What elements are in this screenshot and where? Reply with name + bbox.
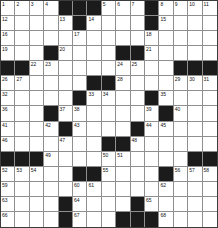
cell-r6c1[interactable]: 26 xyxy=(1,76,15,91)
cell-r14c13[interactable] xyxy=(174,197,188,212)
cell-r2c5[interactable]: 13 xyxy=(59,16,73,31)
cell-r12c14[interactable]: 57 xyxy=(188,167,202,182)
cell-r9c3[interactable] xyxy=(30,122,44,137)
cell-r7c7[interactable]: 33 xyxy=(87,91,101,106)
cell-r10c10[interactable]: 48 xyxy=(131,137,145,152)
cell-r4c5[interactable]: 20 xyxy=(59,46,73,61)
crossword-puzzle: 1234567891011121314151617181920212223242… xyxy=(0,0,218,228)
clue-number-7: 7 xyxy=(132,1,135,7)
cell-r14c14[interactable] xyxy=(188,197,202,212)
clue-number-42: 42 xyxy=(45,122,51,128)
cell-r1c2[interactable]: 2 xyxy=(15,1,29,16)
cell-r9c6[interactable]: 43 xyxy=(73,122,87,137)
clue-number-57: 57 xyxy=(189,167,195,173)
cell-r14c1[interactable]: 63 xyxy=(1,197,15,212)
clue-number-24: 24 xyxy=(117,61,123,67)
clue-number-4: 4 xyxy=(45,1,48,7)
cell-r4c1[interactable]: 19 xyxy=(1,46,15,61)
clue-number-41: 41 xyxy=(2,122,8,128)
cell-r3c1[interactable]: 16 xyxy=(1,31,15,46)
clue-number-23: 23 xyxy=(45,61,51,67)
cell-r14c11[interactable]: 65 xyxy=(145,197,159,212)
cell-r12c10[interactable] xyxy=(131,167,145,182)
cell-r13c10[interactable] xyxy=(131,182,145,197)
black-cell-r11c15 xyxy=(203,152,217,167)
clue-number-68: 68 xyxy=(160,212,166,218)
cell-r5c5[interactable] xyxy=(59,61,73,76)
black-cell-r9c10 xyxy=(131,122,145,137)
cell-r9c14[interactable] xyxy=(188,122,202,137)
cell-r10c4[interactable] xyxy=(44,137,58,152)
cell-r5c3[interactable]: 22 xyxy=(30,61,44,76)
black-cell-r10c8 xyxy=(102,137,116,152)
cell-r6c13[interactable]: 29 xyxy=(174,76,188,91)
cell-r4c6[interactable] xyxy=(73,46,87,61)
clue-number-38: 38 xyxy=(74,106,80,112)
cell-r1c15[interactable]: 11 xyxy=(203,1,217,16)
cell-r3c11[interactable]: 18 xyxy=(145,31,159,46)
cell-r14c7[interactable] xyxy=(87,197,101,212)
clue-number-3: 3 xyxy=(31,1,34,7)
clue-number-63: 63 xyxy=(2,197,8,203)
clue-number-26: 26 xyxy=(2,76,8,82)
cell-r1c3[interactable]: 3 xyxy=(30,1,44,16)
cell-r11c12[interactable] xyxy=(159,152,173,167)
cell-r14c15[interactable] xyxy=(203,197,217,212)
clue-number-14: 14 xyxy=(88,16,94,22)
cell-r12c13[interactable]: 56 xyxy=(174,167,188,182)
cell-r12c9[interactable] xyxy=(116,167,130,182)
cell-r4c14[interactable] xyxy=(188,46,202,61)
cell-r3c15[interactable] xyxy=(203,31,217,46)
cell-r3c6[interactable]: 17 xyxy=(73,31,87,46)
clue-number-9: 9 xyxy=(175,1,178,7)
cell-r3c2[interactable] xyxy=(15,31,29,46)
cell-r8c7[interactable] xyxy=(87,106,101,121)
clue-number-17: 17 xyxy=(74,31,80,37)
cell-r9c15[interactable] xyxy=(203,122,217,137)
cell-r11c5[interactable] xyxy=(59,152,73,167)
black-cell-r8c4 xyxy=(44,106,58,121)
clue-number-43: 43 xyxy=(74,122,80,128)
cell-r13c4[interactable] xyxy=(44,182,58,197)
black-cell-r5c14 xyxy=(188,61,202,76)
cell-r3c7[interactable] xyxy=(87,31,101,46)
clue-number-35: 35 xyxy=(160,91,166,97)
clue-number-19: 19 xyxy=(2,46,8,52)
cell-r6c2[interactable]: 27 xyxy=(15,76,29,91)
cell-r5c8[interactable] xyxy=(102,61,116,76)
cell-r12c11[interactable] xyxy=(145,167,159,182)
black-cell-r10c9 xyxy=(116,137,130,152)
black-cell-r15c11 xyxy=(145,212,159,227)
cell-r13c14[interactable] xyxy=(188,182,202,197)
cell-r15c4[interactable] xyxy=(44,212,58,227)
cell-r2c4[interactable] xyxy=(44,16,58,31)
cell-r10c15[interactable] xyxy=(203,137,217,152)
cell-r11c8[interactable]: 50 xyxy=(102,152,116,167)
cell-r12c8[interactable]: 55 xyxy=(102,167,116,182)
cell-r4c13[interactable] xyxy=(174,46,188,61)
black-cell-r2c11 xyxy=(145,16,159,31)
black-cell-r12c6 xyxy=(73,167,87,182)
cell-r9c4[interactable]: 42 xyxy=(44,122,58,137)
cell-r1c1[interactable]: 1 xyxy=(1,1,15,16)
cell-r8c1[interactable]: 36 xyxy=(1,106,15,121)
clue-number-59: 59 xyxy=(2,182,8,188)
cell-r7c2[interactable] xyxy=(15,91,29,106)
cell-r11c7[interactable] xyxy=(87,152,101,167)
black-cell-r1c6 xyxy=(73,1,87,16)
crossword-grid: 1234567891011121314151617181920212223242… xyxy=(0,0,218,228)
cell-r4c7[interactable] xyxy=(87,46,101,61)
cell-r8c3[interactable] xyxy=(30,106,44,121)
cell-r15c2[interactable] xyxy=(15,212,29,227)
cell-r4c8[interactable] xyxy=(102,46,116,61)
cell-r3c8[interactable] xyxy=(102,31,116,46)
cell-r4c11[interactable]: 21 xyxy=(145,46,159,61)
cell-r11c9[interactable]: 51 xyxy=(116,152,130,167)
cell-r1c14[interactable]: 10 xyxy=(188,1,202,16)
cell-r8c15[interactable] xyxy=(203,106,217,121)
cell-r7c1[interactable]: 32 xyxy=(1,91,15,106)
cell-r9c11[interactable]: 44 xyxy=(145,122,159,137)
cell-r10c13[interactable] xyxy=(174,137,188,152)
cell-r4c15[interactable] xyxy=(203,46,217,61)
clue-number-33: 33 xyxy=(88,91,94,97)
cell-r14c8[interactable] xyxy=(102,197,116,212)
cell-r10c7[interactable] xyxy=(87,137,101,152)
cell-r13c1[interactable]: 59 xyxy=(1,182,15,197)
cell-r2c9[interactable] xyxy=(116,16,130,31)
cell-r8c10[interactable] xyxy=(131,106,145,121)
clue-number-10: 10 xyxy=(189,1,195,7)
cell-r13c2[interactable] xyxy=(15,182,29,197)
clue-number-64: 64 xyxy=(74,197,80,203)
clue-number-67: 67 xyxy=(74,212,80,218)
cell-r8c9[interactable] xyxy=(116,106,130,121)
black-cell-r6c8 xyxy=(102,76,116,91)
cell-r1c13[interactable]: 9 xyxy=(174,1,188,16)
clue-number-66: 66 xyxy=(2,212,8,218)
clue-number-8: 8 xyxy=(160,1,163,7)
clue-number-46: 46 xyxy=(2,137,8,143)
black-cell-r12c12 xyxy=(159,167,173,182)
cell-r10c6[interactable] xyxy=(73,137,87,152)
cell-r10c3[interactable] xyxy=(30,137,44,152)
cell-r2c8[interactable] xyxy=(102,16,116,31)
clue-number-61: 61 xyxy=(88,182,94,188)
cell-r10c1[interactable]: 46 xyxy=(1,137,15,152)
cell-r10c14[interactable] xyxy=(188,137,202,152)
cell-r3c4[interactable] xyxy=(44,31,58,46)
cell-r12c4[interactable] xyxy=(44,167,58,182)
cell-r8c14[interactable] xyxy=(188,106,202,121)
clue-number-56: 56 xyxy=(175,167,181,173)
clue-number-15: 15 xyxy=(160,16,166,22)
cell-r14c4[interactable] xyxy=(44,197,58,212)
clue-number-37: 37 xyxy=(60,106,66,112)
cell-r13c11[interactable] xyxy=(145,182,159,197)
cell-r13c8[interactable] xyxy=(102,182,116,197)
clue-number-32: 32 xyxy=(2,91,8,97)
cell-r2c1[interactable]: 12 xyxy=(1,16,15,31)
clue-number-22: 22 xyxy=(31,61,37,67)
cell-r15c3[interactable] xyxy=(30,212,44,227)
cell-r7c14[interactable] xyxy=(188,91,202,106)
cell-r6c9[interactable]: 28 xyxy=(116,76,130,91)
cell-r4c12[interactable] xyxy=(159,46,173,61)
cell-r3c10[interactable] xyxy=(131,31,145,46)
clue-number-20: 20 xyxy=(60,46,66,52)
cell-r5c12[interactable] xyxy=(159,61,173,76)
cell-r6c3[interactable] xyxy=(30,76,44,91)
cell-r5c10[interactable]: 25 xyxy=(131,61,145,76)
clue-number-47: 47 xyxy=(60,137,66,143)
black-cell-r4c4 xyxy=(44,46,58,61)
cell-r7c3[interactable] xyxy=(30,91,44,106)
cell-r6c14[interactable]: 30 xyxy=(188,76,202,91)
cell-r12c2[interactable]: 53 xyxy=(15,167,29,182)
clue-number-5: 5 xyxy=(103,1,106,7)
black-cell-r11c2 xyxy=(15,152,29,167)
black-cell-r1c5 xyxy=(59,1,73,16)
cell-r13c3[interactable] xyxy=(30,182,44,197)
black-cell-r1c7 xyxy=(87,1,101,16)
black-cell-r14c10 xyxy=(131,197,145,212)
cell-r12c3[interactable]: 54 xyxy=(30,167,44,182)
cell-r13c5[interactable] xyxy=(59,182,73,197)
cell-r2c3[interactable] xyxy=(30,16,44,31)
cell-r2c13[interactable] xyxy=(174,16,188,31)
clue-number-31: 31 xyxy=(204,76,210,82)
cell-r9c13[interactable] xyxy=(174,122,188,137)
clue-number-58: 58 xyxy=(204,167,210,173)
cell-r15c8[interactable] xyxy=(102,212,116,227)
cell-r2c15[interactable] xyxy=(203,16,217,31)
cell-r3c9[interactable] xyxy=(116,31,130,46)
clue-number-62: 62 xyxy=(160,182,166,188)
clue-number-34: 34 xyxy=(103,91,109,97)
clue-number-2: 2 xyxy=(16,1,19,7)
cell-r11c6[interactable] xyxy=(73,152,87,167)
cell-r12c1[interactable]: 52 xyxy=(1,167,15,182)
cell-r13c9[interactable] xyxy=(116,182,130,197)
cell-r7c9[interactable] xyxy=(116,91,130,106)
cell-r10c11[interactable] xyxy=(145,137,159,152)
cell-r6c10[interactable] xyxy=(131,76,145,91)
black-cell-r5c1 xyxy=(1,61,15,76)
cell-r6c4[interactable] xyxy=(44,76,58,91)
black-cell-r7c11 xyxy=(145,91,159,106)
clue-number-65: 65 xyxy=(146,197,152,203)
cell-r7c8[interactable]: 34 xyxy=(102,91,116,106)
cell-r15c13[interactable] xyxy=(174,212,188,227)
cell-r1c9[interactable]: 6 xyxy=(116,1,130,16)
cell-r14c2[interactable] xyxy=(15,197,29,212)
cell-r6c12[interactable] xyxy=(159,76,173,91)
black-cell-r14c5 xyxy=(59,197,73,212)
cell-r7c13[interactable] xyxy=(174,91,188,106)
cell-r12c5[interactable] xyxy=(59,167,73,182)
cell-r7c10[interactable] xyxy=(131,91,145,106)
black-cell-r15c10 xyxy=(131,212,145,227)
black-cell-r6c7 xyxy=(87,76,101,91)
cell-r9c9[interactable] xyxy=(116,122,130,137)
cell-r5c4[interactable]: 23 xyxy=(44,61,58,76)
black-cell-r15c5 xyxy=(59,212,73,227)
black-cell-r11c3 xyxy=(30,152,44,167)
clue-number-21: 21 xyxy=(146,46,152,52)
black-cell-r11c14 xyxy=(188,152,202,167)
clue-number-6: 6 xyxy=(117,1,120,7)
cell-r13c12[interactable]: 62 xyxy=(159,182,173,197)
cell-r7c12[interactable]: 35 xyxy=(159,91,173,106)
cell-r10c2[interactable] xyxy=(15,137,29,152)
black-cell-r2c6 xyxy=(73,16,87,31)
clue-number-54: 54 xyxy=(31,167,37,173)
clue-number-29: 29 xyxy=(175,76,181,82)
cell-r11c4[interactable]: 49 xyxy=(44,152,58,167)
clue-number-13: 13 xyxy=(60,16,66,22)
cell-r11c10[interactable] xyxy=(131,152,145,167)
cell-r4c3[interactable] xyxy=(30,46,44,61)
clue-number-51: 51 xyxy=(117,152,123,158)
clue-number-18: 18 xyxy=(146,31,152,37)
clue-number-45: 45 xyxy=(160,122,166,128)
cell-r15c15[interactable] xyxy=(203,212,217,227)
black-cell-r5c15 xyxy=(203,61,217,76)
cell-r1c10[interactable]: 7 xyxy=(131,1,145,16)
cell-r4c2[interactable] xyxy=(15,46,29,61)
black-cell-r7c6 xyxy=(73,91,87,106)
cell-r15c7[interactable] xyxy=(87,212,101,227)
cell-r6c6[interactable] xyxy=(73,76,87,91)
cell-r1c8[interactable]: 5 xyxy=(102,1,116,16)
cell-r9c12[interactable]: 45 xyxy=(159,122,173,137)
cell-r7c15[interactable] xyxy=(203,91,217,106)
clue-number-50: 50 xyxy=(103,152,109,158)
cell-r3c12[interactable] xyxy=(159,31,173,46)
clue-number-44: 44 xyxy=(146,122,152,128)
cell-r11c11[interactable] xyxy=(145,152,159,167)
cell-r6c5[interactable] xyxy=(59,76,73,91)
cell-r2c10[interactable] xyxy=(131,16,145,31)
cell-r2c12[interactable]: 15 xyxy=(159,16,173,31)
cell-r8c13[interactable]: 40 xyxy=(174,106,188,121)
cell-r15c6[interactable]: 67 xyxy=(73,212,87,227)
black-cell-r11c1 xyxy=(1,152,15,167)
cell-r9c8[interactable] xyxy=(102,122,116,137)
cell-r15c1[interactable]: 66 xyxy=(1,212,15,227)
cell-r9c2[interactable] xyxy=(15,122,29,137)
cell-r13c7[interactable]: 61 xyxy=(87,182,101,197)
clue-number-1: 1 xyxy=(2,1,5,7)
cell-r11c13[interactable] xyxy=(174,152,188,167)
cell-r5c11[interactable] xyxy=(145,61,159,76)
clue-number-28: 28 xyxy=(117,76,123,82)
cell-r8c2[interactable] xyxy=(15,106,29,121)
cell-r3c14[interactable] xyxy=(188,31,202,46)
clue-number-25: 25 xyxy=(132,61,138,67)
cell-r5c9[interactable]: 24 xyxy=(116,61,130,76)
clue-number-11: 11 xyxy=(204,1,209,7)
cell-r8c5[interactable]: 37 xyxy=(59,106,73,121)
cell-r14c12[interactable] xyxy=(159,197,173,212)
cell-r3c3[interactable] xyxy=(30,31,44,46)
cell-r6c15[interactable]: 31 xyxy=(203,76,217,91)
black-cell-r5c13 xyxy=(174,61,188,76)
clue-number-49: 49 xyxy=(45,152,51,158)
cell-r8c11[interactable]: 39 xyxy=(145,106,159,121)
clue-number-16: 16 xyxy=(2,31,8,37)
clue-number-40: 40 xyxy=(175,106,181,112)
clue-number-55: 55 xyxy=(103,167,109,173)
clue-number-12: 12 xyxy=(2,16,8,22)
cell-r10c5[interactable]: 47 xyxy=(59,137,73,152)
cell-r3c5[interactable] xyxy=(59,31,73,46)
cell-r9c1[interactable]: 41 xyxy=(1,122,15,137)
cell-r14c9[interactable] xyxy=(116,197,130,212)
cell-r7c5[interactable] xyxy=(59,91,73,106)
black-cell-r4c10 xyxy=(131,46,145,61)
cell-r1c12[interactable]: 8 xyxy=(159,1,173,16)
cell-r6c11[interactable] xyxy=(145,76,159,91)
black-cell-r15c9 xyxy=(116,212,130,227)
cell-r2c7[interactable]: 14 xyxy=(87,16,101,31)
cell-r12c15[interactable]: 58 xyxy=(203,167,217,182)
clue-number-48: 48 xyxy=(132,137,138,143)
cell-r15c14[interactable] xyxy=(188,212,202,227)
cell-r3c13[interactable] xyxy=(174,31,188,46)
cell-r2c2[interactable] xyxy=(15,16,29,31)
clue-number-60: 60 xyxy=(74,182,80,188)
cell-r14c3[interactable] xyxy=(30,197,44,212)
cell-r5c7[interactable] xyxy=(87,61,101,76)
cell-r13c15[interactable] xyxy=(203,182,217,197)
black-cell-r4c9 xyxy=(116,46,130,61)
cell-r8c8[interactable] xyxy=(102,106,116,121)
black-cell-r1c11 xyxy=(145,1,159,16)
clue-number-36: 36 xyxy=(2,106,8,112)
cell-r13c13[interactable] xyxy=(174,182,188,197)
cell-r1c4[interactable]: 4 xyxy=(44,1,58,16)
cell-r5c6[interactable] xyxy=(73,61,87,76)
black-cell-r9c5 xyxy=(59,122,73,137)
cell-r2c14[interactable] xyxy=(188,16,202,31)
black-cell-r12c7 xyxy=(87,167,101,182)
black-cell-r8c12 xyxy=(159,106,173,121)
cell-r13c6[interactable]: 60 xyxy=(73,182,87,197)
cell-r15c12[interactable]: 68 xyxy=(159,212,173,227)
clue-number-53: 53 xyxy=(16,167,22,173)
clue-number-30: 30 xyxy=(189,76,195,82)
clue-number-27: 27 xyxy=(16,76,22,82)
cell-r8c6[interactable]: 38 xyxy=(73,106,87,121)
cell-r7c4[interactable] xyxy=(44,91,58,106)
cell-r9c7[interactable] xyxy=(87,122,101,137)
clue-number-52: 52 xyxy=(2,167,8,173)
clue-number-39: 39 xyxy=(146,106,152,112)
black-cell-r5c2 xyxy=(15,61,29,76)
cell-r10c12[interactable] xyxy=(159,137,173,152)
cell-r14c6[interactable]: 64 xyxy=(73,197,87,212)
